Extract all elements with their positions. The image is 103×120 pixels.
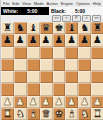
square-h1[interactable]: ♜: [91, 108, 103, 120]
black-pawn[interactable]: ♟: [80, 35, 89, 45]
square-c2[interactable]: ♟: [27, 96, 40, 108]
forward-to-end-button[interactable]: >>: [92, 15, 101, 22]
white-pawn[interactable]: ♟: [29, 96, 38, 106]
menu-options[interactable]: Options: [76, 0, 90, 7]
square-e5[interactable]: [53, 59, 66, 71]
black-rook[interactable]: ♜: [93, 23, 102, 33]
square-a4[interactable]: [1, 71, 14, 83]
square-b6[interactable]: [14, 47, 27, 59]
white-pawn[interactable]: ♟: [80, 96, 89, 106]
square-d7[interactable]: ♟: [40, 34, 53, 46]
menu-action[interactable]: Action: [47, 0, 58, 7]
menu-edit[interactable]: Edit: [12, 0, 19, 7]
white-rook[interactable]: ♜: [93, 108, 102, 118]
black-pawn[interactable]: ♟: [54, 35, 63, 45]
menu-help[interactable]: Help: [93, 0, 101, 7]
black-rook[interactable]: ♜: [3, 23, 12, 33]
black-queen[interactable]: ♛: [42, 23, 51, 33]
square-a8[interactable]: ♜: [1, 22, 14, 34]
square-g2[interactable]: ♟: [78, 96, 91, 108]
square-a3[interactable]: [1, 83, 14, 95]
menu-engine[interactable]: Engine: [61, 0, 73, 7]
square-d4[interactable]: [40, 71, 53, 83]
square-c8[interactable]: ♝: [27, 22, 40, 34]
pause-button[interactable]: P: [72, 15, 81, 22]
square-d8[interactable]: ♛: [40, 22, 53, 34]
square-b2[interactable]: ♟: [14, 96, 27, 108]
square-f5[interactable]: [65, 59, 78, 71]
white-rook[interactable]: ♜: [3, 108, 12, 118]
square-d2[interactable]: ♟: [40, 96, 53, 108]
square-f4[interactable]: [65, 71, 78, 83]
square-c7[interactable]: ♟: [27, 34, 40, 46]
square-h7[interactable]: ♟: [91, 34, 103, 46]
chess-board[interactable]: ♜♞♝♛♚♝♞♜♟♟♟♟♟♟♟♟♟♟♟♟♟♟♟♟♜♞♝♛♚♝♞♜: [1, 22, 103, 120]
black-pawn[interactable]: ♟: [93, 35, 102, 45]
square-c6[interactable]: [27, 47, 40, 59]
square-b3[interactable]: [14, 83, 27, 95]
square-e7[interactable]: ♟: [53, 34, 66, 46]
white-clock-label: White:: [3, 8, 18, 14]
square-a7[interactable]: ♟: [1, 34, 14, 46]
square-e2[interactable]: ♟: [53, 96, 66, 108]
square-d1[interactable]: ♛: [40, 108, 53, 120]
step-forward-button[interactable]: >: [82, 15, 91, 22]
square-e6[interactable]: [53, 47, 66, 59]
square-f6[interactable]: [65, 47, 78, 59]
white-bishop[interactable]: ♝: [29, 108, 38, 118]
square-d5[interactable]: [40, 59, 53, 71]
square-e8[interactable]: ♚: [53, 22, 66, 34]
square-g8[interactable]: ♞: [78, 22, 91, 34]
square-d3[interactable]: [40, 83, 53, 95]
square-b1[interactable]: ♞: [14, 108, 27, 120]
white-pawn[interactable]: ♟: [67, 96, 76, 106]
square-h6[interactable]: [91, 47, 103, 59]
square-c1[interactable]: ♝: [27, 108, 40, 120]
black-knight[interactable]: ♞: [16, 23, 25, 33]
square-g6[interactable]: [78, 47, 91, 59]
square-h3[interactable]: [91, 83, 103, 95]
step-back-button[interactable]: <: [62, 15, 71, 22]
menu-view[interactable]: View: [22, 0, 31, 7]
square-a5[interactable]: [1, 59, 14, 71]
square-a6[interactable]: [1, 47, 14, 59]
square-a2[interactable]: ♟: [1, 96, 14, 108]
square-g7[interactable]: ♟: [78, 34, 91, 46]
menu-bar: File Edit View Mode Action Engine Option…: [1, 0, 103, 7]
square-b7[interactable]: ♟: [14, 34, 27, 46]
black-clock-label: Black:: [51, 8, 66, 14]
black-pawn[interactable]: ♟: [3, 35, 12, 45]
nav-toolbar: << < P > >>: [1, 15, 103, 22]
black-pawn[interactable]: ♟: [16, 35, 25, 45]
rewind-to-start-button[interactable]: <<: [52, 15, 61, 22]
menu-file[interactable]: File: [3, 0, 9, 7]
black-pawn[interactable]: ♟: [67, 35, 76, 45]
square-g1[interactable]: ♞: [78, 108, 91, 120]
white-pawn[interactable]: ♟: [3, 96, 12, 106]
square-g4[interactable]: [78, 71, 91, 83]
square-f8[interactable]: ♝: [65, 22, 78, 34]
square-b5[interactable]: [14, 59, 27, 71]
square-h8[interactable]: ♜: [91, 22, 103, 34]
square-a1[interactable]: ♜: [1, 108, 14, 120]
square-c4[interactable]: [27, 71, 40, 83]
square-f3[interactable]: [65, 83, 78, 95]
menu-mode[interactable]: Mode: [34, 0, 44, 7]
black-king[interactable]: ♚: [54, 23, 63, 33]
square-c5[interactable]: [27, 59, 40, 71]
white-bishop[interactable]: ♝: [67, 108, 76, 118]
square-h4[interactable]: [91, 71, 103, 83]
chess-app-window: File Edit View Mode Action Engine Option…: [0, 0, 103, 120]
black-bishop[interactable]: ♝: [29, 23, 38, 33]
square-e1[interactable]: ♚: [53, 108, 66, 120]
square-g5[interactable]: [78, 59, 91, 71]
square-d6[interactable]: [40, 47, 53, 59]
white-pawn[interactable]: ♟: [54, 96, 63, 106]
white-king[interactable]: ♚: [54, 108, 63, 118]
square-e3[interactable]: [53, 83, 66, 95]
black-clock: Black: 5:00: [48, 7, 103, 15]
square-b4[interactable]: [14, 71, 27, 83]
white-knight[interactable]: ♞: [80, 108, 89, 118]
white-clock-time: 5:00: [27, 8, 37, 14]
white-clock: White: 5:00: [1, 7, 48, 15]
square-g3[interactable]: [78, 83, 91, 95]
black-pawn[interactable]: ♟: [29, 35, 38, 45]
white-queen[interactable]: ♛: [42, 108, 51, 118]
square-h5[interactable]: [91, 59, 103, 71]
black-clock-time: 5:00: [75, 8, 85, 14]
square-e4[interactable]: [53, 71, 66, 83]
black-knight[interactable]: ♞: [80, 23, 89, 33]
square-c3[interactable]: [27, 83, 40, 95]
black-pawn[interactable]: ♟: [42, 35, 51, 45]
square-f7[interactable]: ♟: [65, 34, 78, 46]
white-pawn[interactable]: ♟: [42, 96, 51, 106]
square-f2[interactable]: ♟: [65, 96, 78, 108]
clock-bar: White: 5:00 Black: 5:00: [1, 7, 103, 15]
black-bishop[interactable]: ♝: [67, 23, 76, 33]
square-f1[interactable]: ♝: [65, 108, 78, 120]
white-knight[interactable]: ♞: [16, 108, 25, 118]
square-h2[interactable]: ♟: [91, 96, 103, 108]
white-pawn[interactable]: ♟: [16, 96, 25, 106]
square-b8[interactable]: ♞: [14, 22, 27, 34]
white-pawn[interactable]: ♟: [93, 96, 102, 106]
